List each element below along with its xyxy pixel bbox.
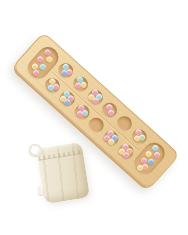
- pit-upper-5[interactable]: [114, 113, 135, 134]
- pit-upper-6[interactable]: [129, 126, 150, 147]
- pit-lower-5[interactable]: [101, 128, 122, 149]
- pit-upper-2[interactable]: [70, 73, 91, 94]
- pit-lower-1[interactable]: [42, 75, 63, 96]
- pit-lower-6[interactable]: [115, 141, 136, 162]
- stone-blue: [147, 158, 155, 166]
- stone-pink: [153, 151, 161, 159]
- pit-upper-1[interactable]: [56, 60, 77, 81]
- bag-tag: [38, 186, 43, 195]
- stone-aqua: [38, 63, 46, 71]
- stone-yellow: [144, 150, 152, 158]
- pit-lower-4[interactable]: [86, 114, 107, 135]
- bag-gathered-top: [38, 150, 82, 161]
- mancala-store-b[interactable]: [130, 139, 170, 180]
- stone-pink: [107, 109, 115, 117]
- product-photo-scene: [0, 0, 188, 235]
- stone-pink: [36, 55, 44, 63]
- mancala-store-a[interactable]: [23, 42, 63, 83]
- stone-yellow: [45, 55, 53, 63]
- mancala-board: [12, 32, 181, 191]
- pit-lower-3[interactable]: [71, 101, 92, 122]
- cloth-bag: [36, 142, 90, 205]
- pit-upper-3[interactable]: [85, 86, 106, 107]
- pit-upper-4[interactable]: [99, 100, 120, 121]
- pit-lower-2[interactable]: [57, 88, 78, 109]
- stone-pink: [32, 69, 40, 77]
